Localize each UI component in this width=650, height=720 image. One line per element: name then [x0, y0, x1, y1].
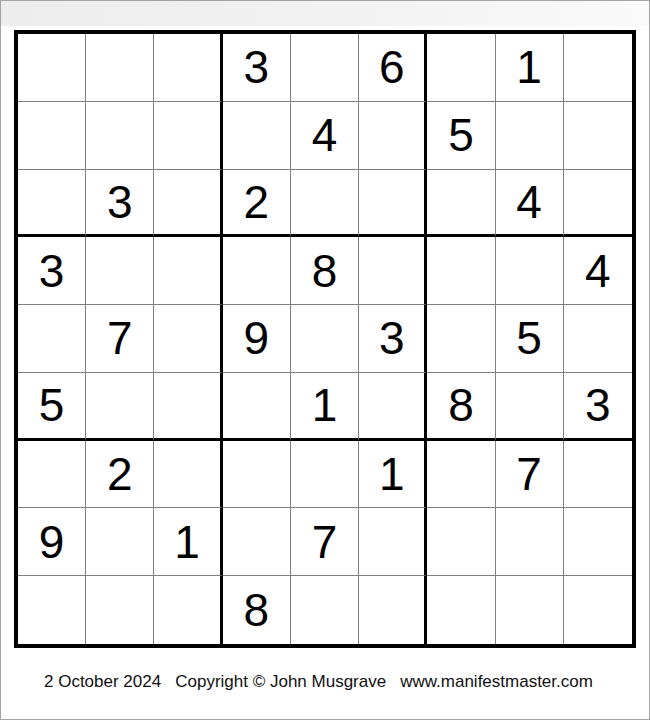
cell-r5c7[interactable]: [427, 305, 495, 373]
cell-r5c8[interactable]: 5: [496, 305, 564, 373]
cell-r2c1[interactable]: [18, 102, 86, 170]
cell-r2c3[interactable]: [154, 102, 222, 170]
cell-r5c3[interactable]: [154, 305, 222, 373]
puzzle-page: 36145324384793551832179178 2 October 202…: [0, 0, 650, 720]
cell-r2c5[interactable]: 4: [291, 102, 359, 170]
cell-r1c1[interactable]: [18, 34, 86, 102]
cell-r3c5[interactable]: [291, 170, 359, 238]
cell-r4c3[interactable]: [154, 237, 222, 305]
cell-r7c3[interactable]: [154, 441, 222, 509]
cell-r1c6[interactable]: 6: [359, 34, 427, 102]
cell-r2c2[interactable]: [86, 102, 154, 170]
cell-r3c3[interactable]: [154, 170, 222, 238]
cell-r9c4[interactable]: 8: [223, 576, 291, 644]
cell-r4c5[interactable]: 8: [291, 237, 359, 305]
cell-r2c8[interactable]: [496, 102, 564, 170]
cell-r4c8[interactable]: [496, 237, 564, 305]
cell-r9c9[interactable]: [564, 576, 632, 644]
cell-r8c6[interactable]: [359, 508, 427, 576]
cell-r5c4[interactable]: 9: [223, 305, 291, 373]
cell-r8c7[interactable]: [427, 508, 495, 576]
cell-r7c5[interactable]: [291, 441, 359, 509]
cell-r6c6[interactable]: [359, 373, 427, 441]
cell-r7c9[interactable]: [564, 441, 632, 509]
cell-r1c5[interactable]: [291, 34, 359, 102]
cell-r4c9[interactable]: 4: [564, 237, 632, 305]
cell-r8c9[interactable]: [564, 508, 632, 576]
cell-r3c9[interactable]: [564, 170, 632, 238]
cell-r6c2[interactable]: [86, 373, 154, 441]
cell-r1c8[interactable]: 1: [496, 34, 564, 102]
cell-r3c4[interactable]: 2: [223, 170, 291, 238]
cell-r1c7[interactable]: [427, 34, 495, 102]
cell-r7c7[interactable]: [427, 441, 495, 509]
cell-r7c2[interactable]: 2: [86, 441, 154, 509]
cell-r9c5[interactable]: [291, 576, 359, 644]
cell-r8c4[interactable]: [223, 508, 291, 576]
cell-r4c4[interactable]: [223, 237, 291, 305]
cell-r8c5[interactable]: 7: [291, 508, 359, 576]
cell-r8c8[interactable]: [496, 508, 564, 576]
cell-r5c9[interactable]: [564, 305, 632, 373]
cell-r4c2[interactable]: [86, 237, 154, 305]
cell-r9c3[interactable]: [154, 576, 222, 644]
cell-r6c3[interactable]: [154, 373, 222, 441]
cell-r3c8[interactable]: 4: [496, 170, 564, 238]
sudoku-board: 36145324384793551832179178: [14, 30, 636, 648]
cell-r8c1[interactable]: 9: [18, 508, 86, 576]
cell-r9c7[interactable]: [427, 576, 495, 644]
cell-r6c1[interactable]: 5: [18, 373, 86, 441]
cell-r7c1[interactable]: [18, 441, 86, 509]
cell-r6c5[interactable]: 1: [291, 373, 359, 441]
cell-r2c7[interactable]: 5: [427, 102, 495, 170]
cell-r1c2[interactable]: [86, 34, 154, 102]
cell-r1c3[interactable]: [154, 34, 222, 102]
cell-r5c5[interactable]: [291, 305, 359, 373]
cell-r7c4[interactable]: [223, 441, 291, 509]
cell-r1c9[interactable]: [564, 34, 632, 102]
website-link[interactable]: www.manifestmaster.com: [400, 672, 593, 692]
cell-r2c9[interactable]: [564, 102, 632, 170]
cell-r3c7[interactable]: [427, 170, 495, 238]
cell-r9c1[interactable]: [18, 576, 86, 644]
page-header-strip: [1, 1, 649, 26]
cell-r8c2[interactable]: [86, 508, 154, 576]
copyright-text: Copyright © John Musgrave: [175, 672, 386, 692]
cell-r4c6[interactable]: [359, 237, 427, 305]
cell-r8c3[interactable]: 1: [154, 508, 222, 576]
cell-r1c4[interactable]: 3: [223, 34, 291, 102]
cell-r6c8[interactable]: [496, 373, 564, 441]
cell-r9c8[interactable]: [496, 576, 564, 644]
cell-r2c6[interactable]: [359, 102, 427, 170]
cell-r3c6[interactable]: [359, 170, 427, 238]
cell-r9c6[interactable]: [359, 576, 427, 644]
cell-r6c7[interactable]: 8: [427, 373, 495, 441]
cell-r5c2[interactable]: 7: [86, 305, 154, 373]
cell-r5c1[interactable]: [18, 305, 86, 373]
cell-r5c6[interactable]: 3: [359, 305, 427, 373]
puzzle-date: 2 October 2024: [44, 672, 161, 692]
footer: 2 October 2024 Copyright © John Musgrave…: [44, 672, 593, 692]
cell-r7c8[interactable]: 7: [496, 441, 564, 509]
cell-r7c6[interactable]: 1: [359, 441, 427, 509]
cell-r4c7[interactable]: [427, 237, 495, 305]
cell-r2c4[interactable]: [223, 102, 291, 170]
cell-r3c2[interactable]: 3: [86, 170, 154, 238]
cell-r6c9[interactable]: 3: [564, 373, 632, 441]
cell-r6c4[interactable]: [223, 373, 291, 441]
cell-r9c2[interactable]: [86, 576, 154, 644]
cell-r4c1[interactable]: 3: [18, 237, 86, 305]
cell-r3c1[interactable]: [18, 170, 86, 238]
